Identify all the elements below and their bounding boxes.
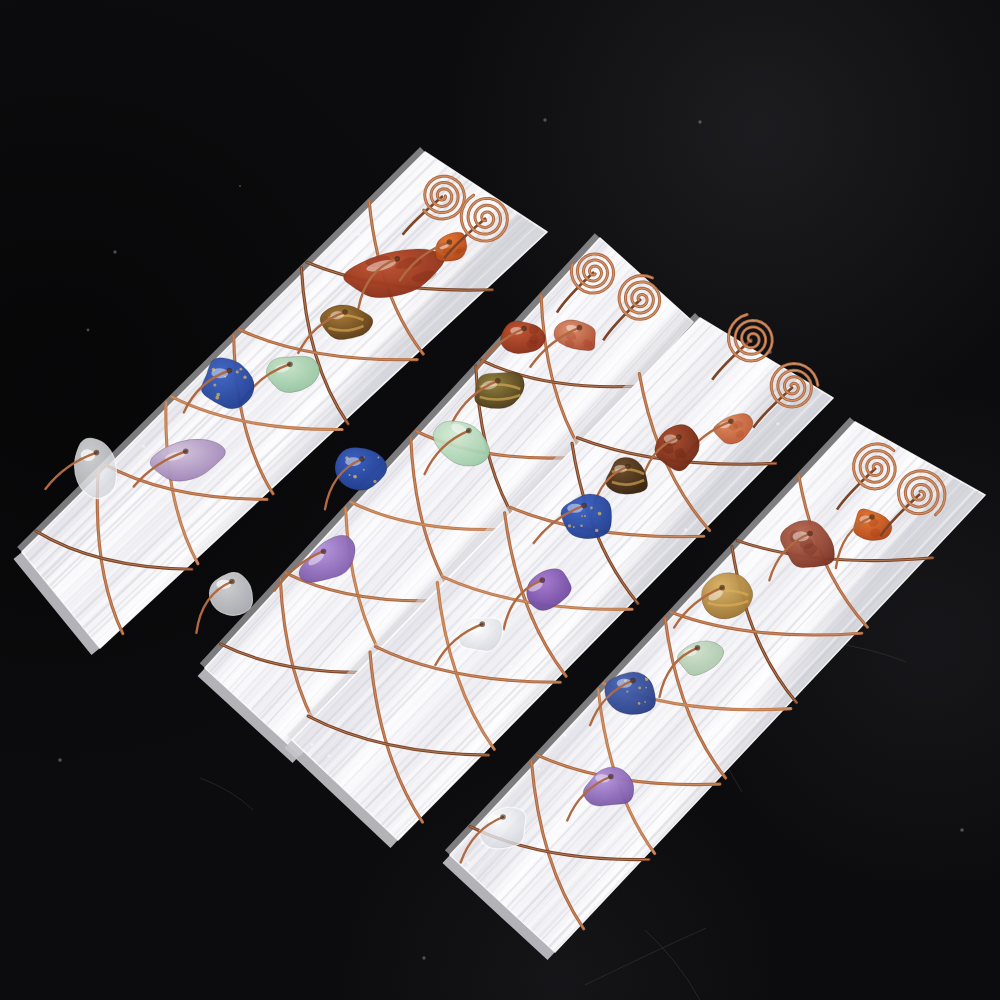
pyrite-fleck <box>645 687 647 689</box>
dust-speck <box>698 120 701 123</box>
dust-speck <box>87 329 90 332</box>
stone-hole <box>359 456 365 462</box>
selenite-sparkle <box>467 861 470 864</box>
selenite-sparkle <box>327 754 330 757</box>
stone-hole <box>479 621 485 627</box>
selenite-sparkle <box>730 403 733 406</box>
stone-hole <box>229 579 235 585</box>
pyrite-fleck <box>638 687 641 690</box>
stone-hole <box>719 585 725 591</box>
pyrite-fleck <box>638 702 641 705</box>
selenite-sparkle <box>325 336 328 339</box>
stone-hole <box>630 678 636 684</box>
stone-hole <box>342 309 348 315</box>
pyrite-fleck <box>236 370 239 373</box>
stone-glint <box>793 532 809 542</box>
selenite-sparkle <box>270 435 273 438</box>
dust-speck <box>543 118 546 121</box>
selenite-sparkle <box>880 492 883 495</box>
pyrite-fleck <box>239 368 242 371</box>
pyrite-fleck <box>595 529 598 532</box>
selenite-sparkle <box>503 720 506 723</box>
stone-hole <box>608 774 614 780</box>
selenite-sparkle <box>756 719 759 722</box>
stone-hole <box>94 450 100 456</box>
selenite-sparkle <box>761 538 764 541</box>
stone-hole <box>394 256 400 262</box>
selenite-sparkle <box>748 536 750 538</box>
pyrite-fleck <box>644 701 646 703</box>
selenite-sparkle <box>538 411 541 414</box>
pyrite-fleck <box>590 506 593 509</box>
pyrite-fleck <box>573 526 575 528</box>
stone-hole <box>581 503 587 509</box>
selenite-sparkle <box>598 875 601 878</box>
stone-hole <box>728 418 734 424</box>
selenite-sparkle <box>311 743 314 746</box>
selenite-sparkle <box>538 768 541 771</box>
stone-hole <box>287 361 293 367</box>
selenite-sparkle <box>542 854 545 857</box>
pyrite-fleck <box>349 474 351 476</box>
dust-speck <box>58 758 62 762</box>
selenite-sparkle <box>357 233 360 236</box>
pyrite-fleck <box>645 677 647 679</box>
stone-hole <box>500 814 506 820</box>
pyrite-fleck <box>373 480 376 483</box>
pyrite-fleck <box>243 375 246 378</box>
selenite-sparkle <box>776 422 779 425</box>
stone-hole <box>495 378 501 384</box>
pyrite-fleck <box>598 512 602 516</box>
stone-hole <box>466 428 472 434</box>
stone-hole <box>183 448 189 454</box>
pyrite-fleck <box>584 515 586 517</box>
pyrite-fleck <box>581 515 583 517</box>
selenite-sparkle <box>684 528 687 531</box>
pyrite-fleck <box>568 524 571 527</box>
stone-hole <box>625 464 631 470</box>
selenite-sparkle <box>276 452 278 454</box>
stone-hole <box>577 325 583 331</box>
selenite-sparkle <box>564 734 567 737</box>
pyrite-fleck <box>213 383 216 386</box>
selenite-sparkle <box>246 364 249 367</box>
selenite-sparkle <box>433 784 436 787</box>
pyrite-fleck <box>626 691 628 693</box>
selenite-sparkle <box>142 445 145 448</box>
selenite-sparkle <box>540 437 543 440</box>
stone-hole <box>540 577 546 583</box>
pyrite-fleck <box>377 456 379 458</box>
dust-speck <box>960 828 964 832</box>
stone-hole <box>447 239 453 245</box>
product-photo-svg <box>0 0 1000 1000</box>
stone-hole <box>869 514 875 520</box>
product-photo-stage <box>0 0 1000 1000</box>
selenite-sparkle <box>134 549 137 552</box>
pyrite-fleck <box>580 525 582 527</box>
selenite-sparkle <box>417 576 420 579</box>
stone-mottle <box>565 339 574 347</box>
pyrite-fleck <box>216 393 220 397</box>
selenite-sparkle <box>510 665 513 668</box>
dust-speck <box>113 250 116 253</box>
stone-hole <box>321 548 327 554</box>
dust-speck <box>422 956 425 959</box>
selenite-sparkle <box>384 782 387 785</box>
selenite-sparkle <box>357 759 360 762</box>
stone-hole <box>521 326 527 332</box>
stone-hole <box>227 368 233 374</box>
pyrite-fleck <box>353 475 357 479</box>
pyrite-fleck <box>363 469 365 471</box>
selenite-sparkle <box>451 468 454 471</box>
stone-hole <box>695 645 701 651</box>
stone-hole <box>807 531 813 537</box>
selenite-sparkle <box>417 546 420 549</box>
stone-hole <box>676 434 682 440</box>
selenite-sparkle <box>164 554 167 557</box>
selenite-sparkle <box>570 725 572 727</box>
dust-speck <box>239 185 241 187</box>
